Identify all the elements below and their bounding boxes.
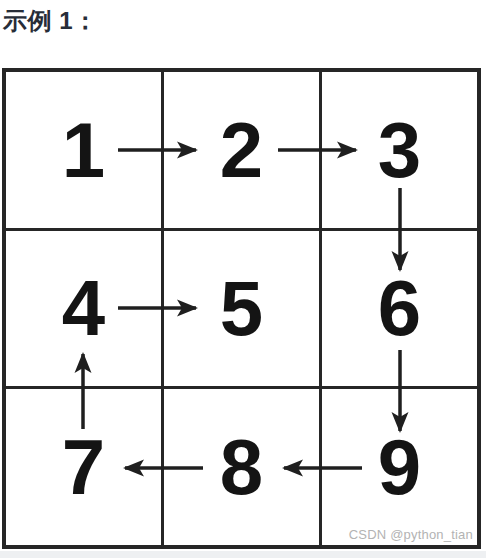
cell-r2c0: 7 — [6, 389, 161, 545]
cell-value: 8 — [220, 428, 263, 506]
cell-r2c2: 9 — [322, 389, 477, 545]
cell-r0c2: 3 — [322, 72, 477, 228]
cell-value: 7 — [62, 428, 105, 506]
cell-value: 5 — [220, 269, 263, 347]
cell-value: 1 — [62, 111, 105, 189]
cell-value: 4 — [62, 269, 105, 347]
cell-value: 6 — [378, 269, 421, 347]
cell-value: 2 — [220, 111, 263, 189]
cell-r0c1: 2 — [164, 72, 319, 228]
grid: 1 2 3 4 5 6 7 8 9 — [2, 68, 481, 549]
bottom-strip — [0, 551, 486, 558]
cell-value: 9 — [378, 428, 421, 506]
cell-r1c2: 6 — [322, 231, 477, 387]
cell-r2c1: 8 — [164, 389, 319, 545]
cell-r0c0: 1 — [6, 72, 161, 228]
watermark: CSDN @python_tian — [349, 527, 473, 542]
cell-r1c1: 5 — [164, 231, 319, 387]
cell-r1c0: 4 — [6, 231, 161, 387]
page-title: 示例 1： — [3, 5, 98, 37]
cell-value: 3 — [378, 111, 421, 189]
page: 示例 1： 1 2 3 4 5 6 7 8 9 — [0, 0, 486, 558]
board: 1 2 3 4 5 6 7 8 9 CSDN @python_t — [2, 68, 481, 549]
